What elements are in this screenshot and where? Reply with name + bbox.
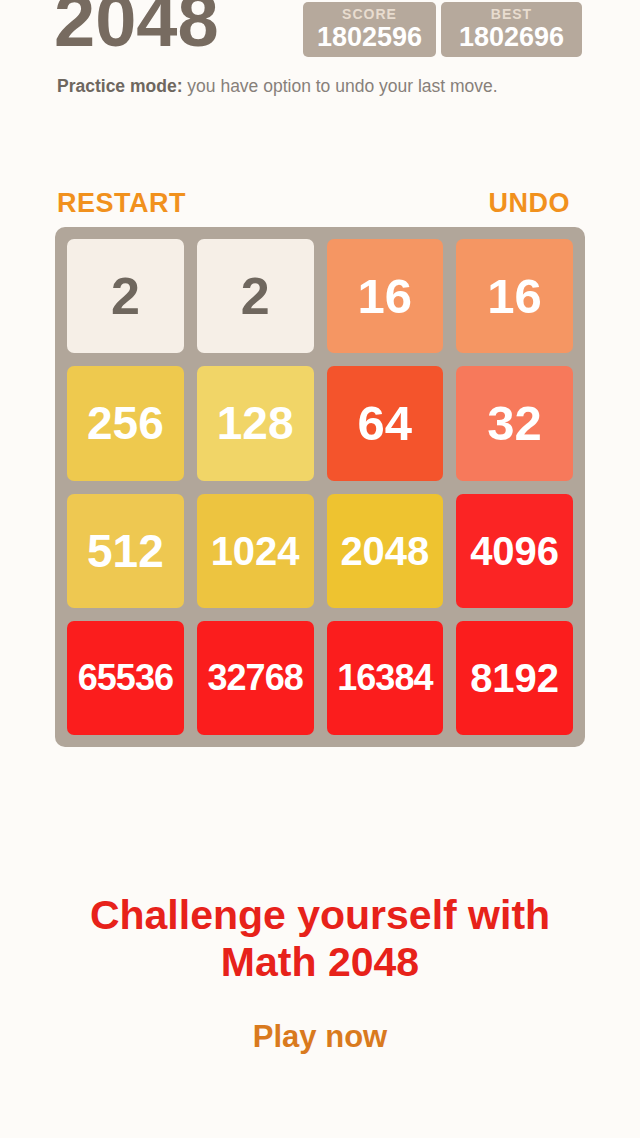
tile-r2c2-128: 128	[197, 366, 314, 480]
tile-r1c1-2: 2	[67, 239, 184, 353]
score-value: 1802596	[303, 22, 436, 52]
best-label: BEST	[441, 6, 582, 22]
page: 2048 SCORE 1802596 BEST 1802696 Practice…	[0, 0, 640, 1138]
practice-note-bold: Practice mode:	[57, 76, 182, 96]
best-box: BEST 1802696	[441, 2, 582, 57]
tile-r1c4-16: 16	[456, 239, 573, 353]
tile-r4c2-32768: 32768	[197, 621, 314, 735]
tile-r4c1-65536: 65536	[67, 621, 184, 735]
score-box: SCORE 1802596	[303, 2, 436, 57]
page-title: 2048	[54, 0, 219, 58]
tile-r3c1-512: 512	[67, 494, 184, 608]
game-board[interactable]: 2216162561286432512102420484096655363276…	[55, 227, 585, 747]
tile-r1c2-2: 2	[197, 239, 314, 353]
score-label: SCORE	[303, 6, 436, 22]
tile-r1c3-16: 16	[327, 239, 444, 353]
practice-note: Practice mode: you have option to undo y…	[57, 76, 498, 97]
undo-button[interactable]: UNDO	[489, 188, 571, 218]
promo-headline: Challenge yourself with Math 2048	[0, 892, 640, 986]
best-value: 1802696	[441, 22, 582, 52]
tile-r3c4-4096: 4096	[456, 494, 573, 608]
tile-r2c3-64: 64	[327, 366, 444, 480]
tile-r4c4-8192: 8192	[456, 621, 573, 735]
promo-headline-line2: Math 2048	[0, 939, 640, 986]
tile-r3c2-1024: 1024	[197, 494, 314, 608]
play-now-link[interactable]: Play now	[0, 1019, 640, 1055]
tile-r4c3-16384: 16384	[327, 621, 444, 735]
tile-r3c3-2048: 2048	[327, 494, 444, 608]
tile-r2c1-256: 256	[67, 366, 184, 480]
promo-headline-line1: Challenge yourself with	[0, 892, 640, 939]
restart-button[interactable]: RESTART	[57, 188, 186, 218]
practice-note-text: you have option to undo your last move.	[182, 76, 497, 96]
tile-r2c4-32: 32	[456, 366, 573, 480]
